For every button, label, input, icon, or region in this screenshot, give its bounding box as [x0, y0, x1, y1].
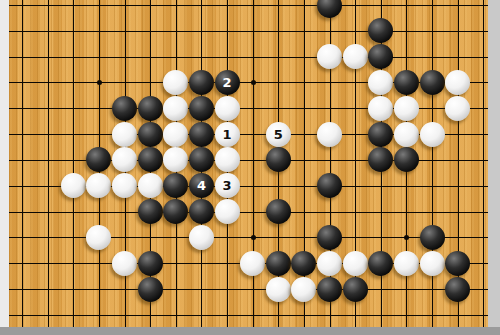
grid-line-horizontal	[9, 5, 488, 6]
move-number-label: 3	[223, 179, 232, 192]
move-number-label: 1	[223, 128, 232, 141]
black-stone[interactable]	[138, 96, 163, 121]
black-stone[interactable]	[189, 70, 214, 95]
board-frame-right	[488, 0, 500, 327]
black-stone[interactable]	[189, 122, 214, 147]
grid-line-vertical	[483, 0, 484, 327]
black-stone[interactable]	[420, 225, 445, 250]
white-stone[interactable]	[163, 96, 188, 121]
white-stone[interactable]	[291, 277, 316, 302]
black-stone[interactable]: 2	[215, 70, 240, 95]
grid-line-vertical	[22, 0, 23, 327]
white-stone[interactable]	[189, 225, 214, 250]
black-stone[interactable]	[420, 70, 445, 95]
black-stone[interactable]	[343, 277, 368, 302]
board-frame-bottom	[0, 327, 500, 335]
white-stone[interactable]	[163, 122, 188, 147]
grid-line-horizontal	[9, 289, 488, 290]
white-stone[interactable]	[368, 96, 393, 121]
white-stone[interactable]	[138, 173, 163, 198]
black-stone[interactable]	[445, 251, 470, 276]
white-stone[interactable]: 1	[215, 122, 240, 147]
black-stone[interactable]	[138, 277, 163, 302]
black-stone[interactable]	[368, 251, 393, 276]
black-stone[interactable]	[138, 122, 163, 147]
grid-line-vertical	[73, 0, 74, 327]
black-stone[interactable]	[138, 147, 163, 172]
white-stone[interactable]	[317, 122, 342, 147]
black-stone[interactable]	[266, 251, 291, 276]
white-stone[interactable]	[394, 122, 419, 147]
black-stone[interactable]	[189, 96, 214, 121]
white-stone[interactable]	[215, 96, 240, 121]
white-stone[interactable]	[394, 96, 419, 121]
grid-line-horizontal	[9, 237, 488, 238]
white-stone[interactable]	[215, 147, 240, 172]
black-stone[interactable]	[317, 277, 342, 302]
go-board: 21543	[0, 0, 500, 335]
white-stone[interactable]	[240, 251, 265, 276]
black-stone[interactable]	[189, 199, 214, 224]
move-number-label: 2	[223, 76, 232, 89]
white-stone[interactable]: 5	[266, 122, 291, 147]
white-stone[interactable]	[394, 251, 419, 276]
grid-line-vertical	[253, 0, 254, 327]
black-stone[interactable]	[138, 251, 163, 276]
white-stone[interactable]	[61, 173, 86, 198]
white-stone[interactable]	[112, 122, 137, 147]
grid-line-horizontal	[9, 31, 488, 32]
white-stone[interactable]	[317, 251, 342, 276]
board-frame-left	[0, 0, 9, 327]
grid-line-horizontal	[9, 212, 488, 213]
black-stone[interactable]	[112, 96, 137, 121]
white-stone[interactable]	[420, 122, 445, 147]
white-stone[interactable]	[343, 44, 368, 69]
black-stone[interactable]	[266, 199, 291, 224]
white-stone[interactable]	[445, 96, 470, 121]
white-stone[interactable]	[215, 199, 240, 224]
black-stone[interactable]	[317, 225, 342, 250]
black-stone[interactable]	[138, 199, 163, 224]
grid-line-horizontal	[9, 315, 488, 316]
black-stone[interactable]	[445, 277, 470, 302]
black-stone[interactable]	[394, 70, 419, 95]
white-stone[interactable]	[420, 251, 445, 276]
grid-line-horizontal	[9, 57, 488, 58]
move-number-label: 4	[197, 179, 206, 192]
move-number-label: 5	[274, 128, 283, 141]
grid-line-vertical	[432, 0, 433, 327]
grid-line-vertical	[48, 0, 49, 327]
white-stone[interactable]: 3	[215, 173, 240, 198]
white-stone[interactable]	[112, 251, 137, 276]
white-stone[interactable]	[343, 251, 368, 276]
white-stone[interactable]	[266, 277, 291, 302]
black-stone[interactable]	[368, 122, 393, 147]
